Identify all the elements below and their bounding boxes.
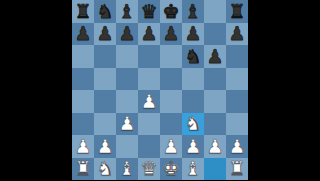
piece-black-rook[interactable]: ♜ xyxy=(228,1,245,20)
square-g7[interactable] xyxy=(204,23,226,46)
piece-black-pawn[interactable]: ♟ xyxy=(206,46,223,65)
square-c2[interactable] xyxy=(116,135,138,158)
piece-white-knight[interactable]: ♞ xyxy=(96,159,113,178)
piece-black-pawn[interactable]: ♟ xyxy=(184,24,201,43)
piece-white-pawn[interactable]: ♟ xyxy=(96,136,113,155)
piece-white-knight[interactable]: ♞ xyxy=(184,114,201,133)
square-h5[interactable] xyxy=(226,68,248,91)
square-e4[interactable] xyxy=(160,90,182,113)
square-b8[interactable]: ♞ xyxy=(94,0,116,23)
square-d7[interactable]: ♟ xyxy=(138,23,160,46)
square-c4[interactable] xyxy=(116,90,138,113)
square-b7[interactable]: ♟ xyxy=(94,23,116,46)
piece-black-knight[interactable]: ♞ xyxy=(184,46,201,65)
square-f2[interactable]: ♟ xyxy=(182,135,204,158)
piece-black-king[interactable]: ♚ xyxy=(162,1,179,20)
square-g3[interactable] xyxy=(204,113,226,136)
square-e5[interactable] xyxy=(160,68,182,91)
square-a4[interactable] xyxy=(72,90,94,113)
square-h1[interactable]: ♜ xyxy=(226,158,248,181)
chess-board: ♜♞♝♛♚♝♜♟♟♟♟♟♟♟♞♟♟♟♞♟♟♟♟♟♟♜♞♝♛♚♝♜ xyxy=(72,0,248,180)
square-h2[interactable]: ♟ xyxy=(226,135,248,158)
square-f1[interactable]: ♝ xyxy=(182,158,204,181)
square-e2[interactable]: ♟ xyxy=(160,135,182,158)
piece-black-bishop[interactable]: ♝ xyxy=(118,1,135,20)
piece-black-pawn[interactable]: ♟ xyxy=(140,24,157,43)
square-d4[interactable]: ♟ xyxy=(138,90,160,113)
piece-white-king[interactable]: ♚ xyxy=(162,159,179,178)
square-d1[interactable]: ♛ xyxy=(138,158,160,181)
square-e8[interactable]: ♚ xyxy=(160,0,182,23)
square-f6[interactable]: ♞ xyxy=(182,45,204,68)
square-e3[interactable] xyxy=(160,113,182,136)
square-f8[interactable]: ♝ xyxy=(182,0,204,23)
piece-white-bishop[interactable]: ♝ xyxy=(184,159,201,178)
piece-black-queen[interactable]: ♛ xyxy=(140,1,157,20)
square-a3[interactable] xyxy=(72,113,94,136)
square-g4[interactable] xyxy=(204,90,226,113)
piece-black-knight[interactable]: ♞ xyxy=(96,1,113,20)
piece-white-pawn[interactable]: ♟ xyxy=(184,136,201,155)
square-a2[interactable]: ♟ xyxy=(72,135,94,158)
square-a5[interactable] xyxy=(72,68,94,91)
piece-black-pawn[interactable]: ♟ xyxy=(96,24,113,43)
square-b1[interactable]: ♞ xyxy=(94,158,116,181)
square-d5[interactable] xyxy=(138,68,160,91)
square-e6[interactable] xyxy=(160,45,182,68)
square-c6[interactable] xyxy=(116,45,138,68)
square-g2[interactable]: ♟ xyxy=(204,135,226,158)
piece-black-pawn[interactable]: ♟ xyxy=(74,24,91,43)
piece-white-pawn[interactable]: ♟ xyxy=(228,136,245,155)
square-g8[interactable] xyxy=(204,0,226,23)
square-b4[interactable] xyxy=(94,90,116,113)
square-h8[interactable]: ♜ xyxy=(226,0,248,23)
square-h4[interactable] xyxy=(226,90,248,113)
piece-black-pawn[interactable]: ♟ xyxy=(228,24,245,43)
piece-white-bishop[interactable]: ♝ xyxy=(118,159,135,178)
square-a1[interactable]: ♜ xyxy=(72,158,94,181)
square-e7[interactable]: ♟ xyxy=(160,23,182,46)
square-c7[interactable]: ♟ xyxy=(116,23,138,46)
square-g5[interactable] xyxy=(204,68,226,91)
square-f4[interactable] xyxy=(182,90,204,113)
square-b6[interactable] xyxy=(94,45,116,68)
piece-black-pawn[interactable]: ♟ xyxy=(162,24,179,43)
square-c1[interactable]: ♝ xyxy=(116,158,138,181)
square-a8[interactable]: ♜ xyxy=(72,0,94,23)
piece-black-rook[interactable]: ♜ xyxy=(74,1,91,20)
square-b5[interactable] xyxy=(94,68,116,91)
square-d2[interactable] xyxy=(138,135,160,158)
square-f3[interactable]: ♞ xyxy=(182,113,204,136)
square-b2[interactable]: ♟ xyxy=(94,135,116,158)
square-d3[interactable] xyxy=(138,113,160,136)
square-h6[interactable] xyxy=(226,45,248,68)
square-a7[interactable]: ♟ xyxy=(72,23,94,46)
app-background: ♜♞♝♛♚♝♜♟♟♟♟♟♟♟♞♟♟♟♞♟♟♟♟♟♟♜♞♝♛♚♝♜ xyxy=(0,0,320,180)
square-b3[interactable] xyxy=(94,113,116,136)
piece-black-pawn[interactable]: ♟ xyxy=(118,24,135,43)
square-g6[interactable]: ♟ xyxy=(204,45,226,68)
piece-white-pawn[interactable]: ♟ xyxy=(74,136,91,155)
piece-white-pawn[interactable]: ♟ xyxy=(118,114,135,133)
square-c8[interactable]: ♝ xyxy=(116,0,138,23)
square-f7[interactable]: ♟ xyxy=(182,23,204,46)
piece-white-queen[interactable]: ♛ xyxy=(140,159,157,178)
square-c3[interactable]: ♟ xyxy=(116,113,138,136)
square-h3[interactable] xyxy=(226,113,248,136)
piece-white-pawn[interactable]: ♟ xyxy=(206,136,223,155)
square-f5[interactable] xyxy=(182,68,204,91)
piece-white-rook[interactable]: ♜ xyxy=(228,159,245,178)
square-c5[interactable] xyxy=(116,68,138,91)
piece-white-pawn[interactable]: ♟ xyxy=(140,91,157,110)
square-d8[interactable]: ♛ xyxy=(138,0,160,23)
square-g1[interactable] xyxy=(204,158,226,181)
square-d6[interactable] xyxy=(138,45,160,68)
piece-white-rook[interactable]: ♜ xyxy=(74,159,91,178)
piece-white-pawn[interactable]: ♟ xyxy=(162,136,179,155)
square-a6[interactable] xyxy=(72,45,94,68)
square-h7[interactable]: ♟ xyxy=(226,23,248,46)
piece-black-bishop[interactable]: ♝ xyxy=(184,1,201,20)
square-e1[interactable]: ♚ xyxy=(160,158,182,181)
